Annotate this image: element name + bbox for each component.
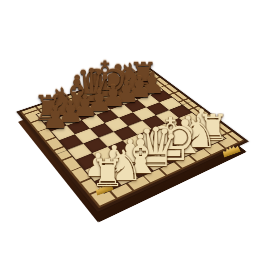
square-a5[interactable]	[59, 134, 83, 149]
product-photo: ♜♞♝♛♚♝♞♜♟♟♟♟♟♟♟♟♟♟♟♟♟♟♟♟♜♞♝♛♚♝♞♜	[0, 0, 260, 260]
piece-dark-pawn-a7[interactable]: ♟	[42, 103, 69, 133]
piece-white-rook-a1[interactable]: ♜	[91, 155, 125, 193]
square-b5[interactable]	[75, 129, 99, 144]
